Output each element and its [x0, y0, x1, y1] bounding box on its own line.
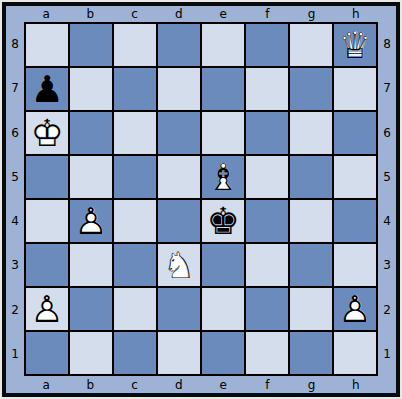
- rank-label-right-8: 8: [378, 22, 396, 66]
- rank-label-left-6: 6: [6, 111, 24, 155]
- square-h6[interactable]: [334, 112, 376, 154]
- square-f7[interactable]: [246, 68, 288, 110]
- square-d3[interactable]: ♞♘: [158, 244, 200, 286]
- file-label-top-b: b: [68, 6, 112, 22]
- file-label-top-d: d: [157, 6, 201, 22]
- square-g1[interactable]: [290, 332, 332, 374]
- square-b6[interactable]: [70, 112, 112, 154]
- rank-label-left-3: 3: [6, 243, 24, 287]
- rank-label-right-7: 7: [378, 66, 396, 110]
- square-g3[interactable]: [290, 244, 332, 286]
- rank-label-left-4: 4: [6, 199, 24, 243]
- square-e7[interactable]: [202, 68, 244, 110]
- square-a3[interactable]: [26, 244, 68, 286]
- rank-label-right-2: 2: [378, 288, 396, 332]
- square-g5[interactable]: [290, 156, 332, 198]
- rank-label-left-5: 5: [6, 155, 24, 199]
- file-label-top-e: e: [201, 6, 245, 22]
- board: ♛♕♟♚♔♝♗♟♙♚♞♘♟♙♟♙: [24, 22, 378, 376]
- square-e8[interactable]: [202, 24, 244, 66]
- square-c3[interactable]: [114, 244, 156, 286]
- chessboard-frame: abcdefgh 87654321 ♛♕♟♚♔♝♗♟♙♚♞♘♟♙♟♙ 87654…: [0, 0, 402, 399]
- square-a7[interactable]: ♟: [26, 68, 68, 110]
- square-a5[interactable]: [26, 156, 68, 198]
- square-a8[interactable]: [26, 24, 68, 66]
- square-b2[interactable]: [70, 288, 112, 330]
- square-h5[interactable]: [334, 156, 376, 198]
- square-d2[interactable]: [158, 288, 200, 330]
- square-b3[interactable]: [70, 244, 112, 286]
- white-bishop-outline: ♗: [202, 156, 244, 198]
- rank-label-right-3: 3: [378, 243, 396, 287]
- square-f3[interactable]: [246, 244, 288, 286]
- square-f1[interactable]: [246, 332, 288, 374]
- square-h8[interactable]: ♛♕: [334, 24, 376, 66]
- square-e3[interactable]: [202, 244, 244, 286]
- square-g2[interactable]: [290, 288, 332, 330]
- square-b1[interactable]: [70, 332, 112, 374]
- square-a1[interactable]: [26, 332, 68, 374]
- chessboard-mat: abcdefgh 87654321 ♛♕♟♚♔♝♗♟♙♚♞♘♟♙♟♙ 87654…: [6, 6, 396, 393]
- square-c1[interactable]: [114, 332, 156, 374]
- square-e1[interactable]: [202, 332, 244, 374]
- square-d1[interactable]: [158, 332, 200, 374]
- rank-label-left-7: 7: [6, 66, 24, 110]
- file-label-top-h: h: [334, 6, 378, 22]
- white-king-a6[interactable]: ♚♔: [26, 112, 68, 154]
- square-h7[interactable]: [334, 68, 376, 110]
- black-pawn-fill: ♟: [26, 68, 68, 110]
- square-e6[interactable]: [202, 112, 244, 154]
- white-knight-d3[interactable]: ♞♘: [158, 244, 200, 286]
- white-bishop-e5[interactable]: ♝♗: [202, 156, 244, 198]
- rank-label-left-2: 2: [6, 288, 24, 332]
- file-label-bottom-d: d: [157, 376, 201, 393]
- square-c8[interactable]: [114, 24, 156, 66]
- square-e4[interactable]: ♚: [202, 200, 244, 242]
- file-label-bottom-f: f: [245, 376, 289, 393]
- file-label-bottom-a: a: [24, 376, 68, 393]
- file-label-top-c: c: [113, 6, 157, 22]
- square-b5[interactable]: [70, 156, 112, 198]
- white-pawn-outline: ♙: [70, 200, 112, 242]
- file-labels-bottom: abcdefgh: [24, 376, 378, 393]
- rank-label-left-1: 1: [6, 332, 24, 376]
- file-label-bottom-c: c: [113, 376, 157, 393]
- rank-label-right-1: 1: [378, 332, 396, 376]
- square-d4[interactable]: [158, 200, 200, 242]
- white-pawn-h2[interactable]: ♟♙: [334, 288, 376, 330]
- square-b4[interactable]: ♟♙: [70, 200, 112, 242]
- rank-label-right-6: 6: [378, 111, 396, 155]
- file-label-bottom-e: e: [201, 376, 245, 393]
- square-a4[interactable]: [26, 200, 68, 242]
- file-label-top-f: f: [245, 6, 289, 22]
- square-e2[interactable]: [202, 288, 244, 330]
- square-g7[interactable]: [290, 68, 332, 110]
- white-queen-h8[interactable]: ♛♕: [334, 24, 376, 66]
- square-f2[interactable]: [246, 288, 288, 330]
- square-h3[interactable]: [334, 244, 376, 286]
- square-e5[interactable]: ♝♗: [202, 156, 244, 198]
- square-d6[interactable]: [158, 112, 200, 154]
- square-a6[interactable]: ♚♔: [26, 112, 68, 154]
- white-pawn-outline: ♙: [334, 288, 376, 330]
- file-labels-top: abcdefgh: [24, 6, 378, 22]
- square-g4[interactable]: [290, 200, 332, 242]
- square-f8[interactable]: [246, 24, 288, 66]
- black-king-e4[interactable]: ♚: [202, 200, 244, 242]
- square-h1[interactable]: [334, 332, 376, 374]
- square-d7[interactable]: [158, 68, 200, 110]
- file-label-bottom-b: b: [68, 376, 112, 393]
- square-c6[interactable]: [114, 112, 156, 154]
- file-label-bottom-h: h: [334, 376, 378, 393]
- file-label-bottom-g: g: [290, 376, 334, 393]
- square-c4[interactable]: [114, 200, 156, 242]
- white-pawn-b4[interactable]: ♟♙: [70, 200, 112, 242]
- square-f6[interactable]: [246, 112, 288, 154]
- square-g6[interactable]: [290, 112, 332, 154]
- rank-label-right-4: 4: [378, 199, 396, 243]
- square-a2[interactable]: ♟♙: [26, 288, 68, 330]
- file-label-top-a: a: [24, 6, 68, 22]
- square-d5[interactable]: [158, 156, 200, 198]
- black-pawn-a7[interactable]: ♟: [26, 68, 68, 110]
- white-pawn-outline: ♙: [26, 288, 68, 330]
- square-c7[interactable]: [114, 68, 156, 110]
- white-king-outline: ♔: [26, 112, 68, 154]
- white-knight-outline: ♘: [158, 244, 200, 286]
- black-king-fill: ♚: [202, 200, 244, 242]
- square-b7[interactable]: [70, 68, 112, 110]
- square-c2[interactable]: [114, 288, 156, 330]
- square-h2[interactable]: ♟♙: [334, 288, 376, 330]
- square-d8[interactable]: [158, 24, 200, 66]
- white-queen-outline: ♕: [334, 24, 376, 66]
- square-c5[interactable]: [114, 156, 156, 198]
- white-pawn-a2[interactable]: ♟♙: [26, 288, 68, 330]
- square-h4[interactable]: [334, 200, 376, 242]
- rank-label-right-5: 5: [378, 155, 396, 199]
- rank-labels-left: 87654321: [6, 22, 24, 376]
- rank-labels-right: 87654321: [378, 22, 396, 376]
- square-g8[interactable]: [290, 24, 332, 66]
- square-f4[interactable]: [246, 200, 288, 242]
- square-f5[interactable]: [246, 156, 288, 198]
- square-b8[interactable]: [70, 24, 112, 66]
- rank-label-left-8: 8: [6, 22, 24, 66]
- file-label-top-g: g: [290, 6, 334, 22]
